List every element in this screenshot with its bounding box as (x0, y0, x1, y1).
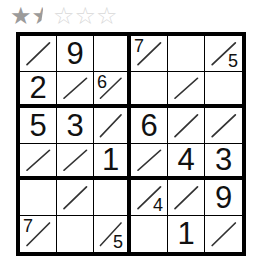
cell-r1c6[interactable]: 5 (205, 36, 242, 72)
cell-r3c5[interactable] (168, 108, 205, 144)
split-cell-slash-icon (205, 108, 242, 143)
difficulty-rating: ★★☆☆☆ (10, 3, 118, 30)
cell-r5c2[interactable] (57, 180, 94, 216)
given-digit-upper: 7 (134, 37, 144, 55)
cell-r5c3[interactable] (94, 180, 131, 216)
sudoku-board: 9752653614349751 (16, 32, 246, 256)
given-digit: 9 (205, 180, 242, 215)
split-cell-slash-icon (94, 108, 127, 143)
cell-r2c4[interactable] (131, 72, 168, 108)
cell-r2c5[interactable] (168, 72, 205, 108)
given-digit-lower: 4 (153, 196, 163, 214)
split-cell-slash-icon (57, 180, 93, 215)
cell-r5c5[interactable] (168, 180, 205, 216)
split-cell-slash-icon (168, 72, 204, 104)
cell-r4c2[interactable] (57, 144, 94, 180)
given-digit-upper: 6 (97, 73, 107, 91)
cell-r1c5[interactable] (168, 36, 205, 72)
cell-r4c4[interactable] (131, 144, 168, 180)
cell-r2c3[interactable]: 6 (94, 72, 131, 108)
given-digit-upper: 7 (23, 217, 33, 235)
star-full-icon: ★ (10, 3, 32, 30)
cell-r6c4[interactable] (131, 216, 168, 252)
cell-r5c6[interactable]: 9 (205, 180, 242, 216)
cell-r6c2[interactable] (57, 216, 94, 252)
split-cell-slash-icon (20, 36, 56, 71)
split-cell-slash-icon (57, 144, 93, 176)
given-digit: 1 (94, 144, 127, 176)
cell-r2c2[interactable] (57, 72, 94, 108)
cell-r1c3[interactable] (94, 36, 131, 72)
given-digit: 6 (131, 108, 167, 143)
cell-r4c1[interactable] (20, 144, 57, 180)
given-digit-lower: 5 (228, 52, 238, 70)
split-cell-slash-icon (205, 216, 242, 252)
split-cell-slash-icon (20, 144, 56, 176)
cell-r6c6[interactable] (205, 216, 242, 252)
cell-r3c1[interactable]: 5 (20, 108, 57, 144)
given-digit: 3 (205, 144, 242, 176)
given-digit: 5 (20, 108, 56, 143)
puzzle-screen: ★★☆☆☆ 9752653614349751 (0, 0, 256, 274)
cell-r5c1[interactable] (20, 180, 57, 216)
cell-r2c1[interactable]: 2 (20, 72, 57, 108)
given-digit: 1 (168, 216, 204, 252)
cell-r3c2[interactable]: 3 (57, 108, 94, 144)
given-digit: 2 (20, 72, 56, 104)
cell-r1c4[interactable]: 7 (131, 36, 168, 72)
split-cell-slash-icon (131, 144, 167, 176)
cell-r3c6[interactable] (205, 108, 242, 144)
star-empty-icon: ☆ (53, 3, 75, 30)
given-digit: 9 (57, 36, 93, 71)
split-cell-slash-icon (57, 72, 93, 104)
given-digit-lower: 5 (113, 233, 123, 251)
cell-r3c4[interactable]: 6 (131, 108, 168, 144)
cell-r1c1[interactable] (20, 36, 57, 72)
star-empty-icon: ☆ (75, 3, 97, 30)
cell-r4c3[interactable]: 1 (94, 144, 131, 180)
cell-r4c5[interactable]: 4 (168, 144, 205, 180)
cell-r5c4[interactable]: 4 (131, 180, 168, 216)
given-digit: 3 (57, 108, 93, 143)
cell-r6c1[interactable]: 7 (20, 216, 57, 252)
split-cell-slash-icon (168, 108, 204, 143)
cell-r4c6[interactable]: 3 (205, 144, 242, 180)
cell-r1c2[interactable]: 9 (57, 36, 94, 72)
cell-r2c6[interactable] (205, 72, 242, 108)
given-digit: 4 (168, 144, 204, 176)
cell-r3c3[interactable] (94, 108, 131, 144)
cell-r6c5[interactable]: 1 (168, 216, 205, 252)
cell-r6c3[interactable]: 5 (94, 216, 131, 252)
star-empty-icon: ☆ (96, 3, 118, 30)
star-half-icon: ★ (32, 3, 54, 30)
split-cell-slash-icon (168, 180, 204, 215)
